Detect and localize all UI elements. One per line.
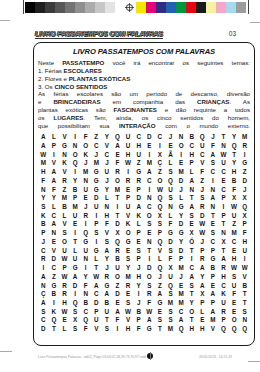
intro-line: Neste PASSATEMPO você irá encontrar os s…: [38, 59, 250, 67]
grid-cell-r16-c18: R: [218, 264, 229, 273]
grid-cell-r9-c16: R: [197, 203, 208, 212]
grid-cell-r14-c9: E: [123, 246, 134, 255]
grid-cell-r3-c15: H: [186, 151, 197, 160]
grid-cell-r9-c1: S: [38, 203, 49, 212]
grid-cell-r22-c20: N: [239, 316, 250, 325]
grid-cell-r15-c16: R: [197, 255, 208, 264]
grid-cell-r16-c14: M: [176, 264, 187, 273]
grid-cell-r17-c12: J: [155, 273, 166, 282]
grid-cell-r10-c3: L: [59, 212, 70, 221]
grid-cell-r23-c10: F: [133, 325, 144, 334]
grid-cell-r4-c16: V: [197, 159, 208, 168]
grid-cell-r6-c16: Z: [197, 177, 208, 186]
grid-cell-r4-c15: P: [186, 159, 197, 168]
grid-cell-r7-c15: N: [186, 185, 197, 194]
grid-cell-r14-c7: A: [102, 246, 113, 255]
grid-cell-r15-c11: I: [144, 255, 155, 264]
grid-cell-r8-c1: Y: [38, 194, 49, 203]
grid-cell-r4-c12: Ç: [155, 159, 166, 168]
grid-cell-r5-c16: F: [197, 168, 208, 177]
grid-cell-r10-c17: T: [208, 212, 219, 221]
grid-cell-r18-c13: Q: [165, 281, 176, 290]
grid-cell-r13-c5: G: [80, 238, 91, 247]
grid-cell-r3-c19: T: [229, 151, 240, 160]
grid-cell-r13-c10: E: [133, 238, 144, 247]
grid-cell-r22-c4: X: [70, 316, 81, 325]
grid-cell-r5-c14: M: [176, 168, 187, 177]
grid-cell-r20-c9: S: [123, 299, 134, 308]
grid-cell-r12-c3: S: [59, 229, 70, 238]
grid-cell-r21-c19: E: [229, 307, 240, 316]
grid-cell-r1-c8: Q: [112, 133, 123, 142]
grid-cell-r16-c6: T: [91, 264, 102, 273]
grid-cell-r13-c4: T: [70, 238, 81, 247]
grid-cell-r4-c17: S: [208, 159, 219, 168]
grid-cell-r17-c9: M: [123, 273, 134, 282]
grid-cell-r16-c9: Y: [123, 264, 134, 273]
grid-cell-r15-c14: P: [176, 255, 187, 264]
grid-cell-r5-c6: G: [91, 168, 102, 177]
grid-cell-r16-c12: Q: [155, 264, 166, 273]
grid-cell-r1-c15: B: [186, 133, 197, 142]
grid-cell-r11-c15: E: [186, 220, 197, 229]
grid-cell-r2-c7: V: [102, 142, 113, 151]
grid-cell-r13-c1: J: [38, 238, 49, 247]
grid-cell-r14-c4: L: [70, 246, 81, 255]
intro-text: que possibilitam sua: [38, 122, 119, 129]
calibration-swatch: [226, 2, 236, 13]
grid-cell-r2-c3: G: [59, 142, 70, 151]
grid-cell-r17-c15: A: [186, 273, 197, 282]
word-search-grid: ALVIFZYQUCDCJNBQJTYMAPGNOCVAUHEIEOCUFNQR…: [38, 133, 250, 334]
grid-cell-r13-c18: X: [218, 238, 229, 247]
grid-cell-r10-c2: C: [49, 212, 60, 221]
grid-cell-r4-c18: U: [218, 159, 229, 168]
grid-cell-r12-c8: X: [112, 229, 123, 238]
grid-cell-r17-c14: J: [176, 273, 187, 282]
grid-cell-r12-c13: G: [165, 229, 176, 238]
grid-cell-r3-c2: I: [49, 151, 60, 160]
grid-cell-r20-c1: A: [38, 299, 49, 308]
grid-cell-r3-c7: C: [102, 151, 113, 160]
grid-cell-r11-c7: F: [102, 220, 113, 229]
grid-cell-r19-c10: I: [133, 290, 144, 299]
grid-cell-r19-c6: C: [91, 290, 102, 299]
grid-cell-r9-c19: W: [229, 203, 240, 212]
grid-cell-r1-c20: M: [239, 133, 250, 142]
grid-cell-r21-c11: W: [144, 307, 155, 316]
grid-cell-r18-c7: G: [102, 281, 113, 290]
grid-cell-r14-c12: V: [155, 246, 166, 255]
grid-cell-r14-c6: G: [91, 246, 102, 255]
grid-cell-r18-c12: Z: [155, 281, 166, 290]
grid-cell-r15-c7: Y: [102, 255, 113, 264]
grid-cell-r5-c18: C: [218, 168, 229, 177]
grid-cell-r1-c16: Q: [197, 133, 208, 142]
grid-cell-r11-c13: F: [165, 220, 176, 229]
grid-cell-r16-c3: P: [59, 264, 70, 273]
grid-cell-r4-c20: G: [239, 159, 250, 168]
grid-cell-r20-c3: H: [59, 299, 70, 308]
grid-cell-r23-c6: V: [91, 325, 102, 334]
grid-cell-r21-c17: A: [208, 307, 219, 316]
grid-cell-r1-c3: V: [59, 133, 70, 142]
grid-cell-r6-c13: Q: [165, 177, 176, 186]
grid-cell-r6-c12: O: [155, 177, 166, 186]
grid-cell-r18-c14: E: [176, 281, 187, 290]
grid-cell-r3-c16: C: [197, 151, 208, 160]
grid-cell-r13-c2: E: [49, 238, 60, 247]
grid-cell-r2-c5: O: [80, 142, 91, 151]
grid-cell-r9-c13: N: [165, 203, 176, 212]
hidden-word-label: INTERAÇÃO: [119, 122, 156, 129]
grid-cell-r15-c6: L: [91, 255, 102, 264]
grid-cell-r23-c11: G: [144, 325, 155, 334]
grid-cell-r8-c7: L: [102, 194, 113, 203]
grid-cell-r18-c17: E: [208, 281, 219, 290]
intro-text: As férias escolares são um período de de…: [38, 90, 250, 97]
grid-cell-r23-c9: H: [123, 325, 134, 334]
grid-cell-r8-c4: P: [70, 194, 81, 203]
grid-cell-r10-c18: P: [218, 212, 229, 221]
grid-cell-r12-c14: G: [176, 229, 187, 238]
calibration-swatch: [216, 2, 226, 13]
intro-text: com o mundo externo.: [156, 122, 250, 129]
calibration-swatch: [75, 2, 85, 13]
grid-cell-r16-c17: B: [208, 264, 219, 273]
grid-cell-r10-c5: R: [80, 212, 91, 221]
grid-cell-r4-c1: M: [38, 159, 49, 168]
intro-line: As férias escolares são um período de de…: [38, 90, 250, 98]
grid-cell-r23-c15: H: [186, 325, 197, 334]
grid-cell-r3-c5: K: [80, 151, 91, 160]
grid-cell-r2-c11: E: [144, 142, 155, 151]
grid-cell-r10-c4: U: [70, 212, 81, 221]
grid-cell-r12-c19: M: [229, 229, 240, 238]
grid-cell-r23-c14: Q: [176, 325, 187, 334]
grid-cell-r3-c13: Ã: [165, 151, 176, 160]
grid-cell-r10-c10: K: [133, 212, 144, 221]
grid-cell-r18-c18: C: [218, 281, 229, 290]
grid-cell-r22-c18: P: [218, 316, 229, 325]
grid-cell-r11-c11: S: [144, 220, 155, 229]
grid-cell-r9-c9: U: [123, 203, 134, 212]
grid-cell-r12-c20: F: [239, 229, 250, 238]
grid-cell-r11-c20: P: [239, 220, 250, 229]
grid-cell-r6-c2: A: [49, 177, 60, 186]
grid-cell-r8-c12: Q: [155, 194, 166, 203]
grid-cell-r23-c8: I: [112, 325, 123, 334]
grid-cell-r19-c3: R: [59, 290, 70, 299]
grid-cell-r12-c7: V: [102, 229, 113, 238]
intro-text: e dão requinte a todos: [157, 106, 250, 113]
grid-cell-r13-c16: J: [197, 238, 208, 247]
grid-cell-r4-c13: L: [165, 159, 176, 168]
grid-cell-r14-c8: R: [112, 246, 123, 255]
grid-cell-r6-c11: C: [144, 177, 155, 186]
grid-cell-r17-c6: W: [91, 273, 102, 282]
grid-cell-r15-c20: I: [239, 255, 250, 264]
grid-cell-r23-c20: Q: [239, 325, 250, 334]
crop-mark: [248, 361, 260, 362]
calibration-swatch: [45, 2, 55, 13]
hidden-word-label: CINCO SENTIDOS: [54, 83, 107, 90]
grid-cell-r22-c1: C: [38, 316, 49, 325]
grid-cell-r7-c10: P: [133, 185, 144, 194]
grid-cell-r21-c7: U: [102, 307, 113, 316]
grid-cell-r1-c19: Y: [229, 133, 240, 142]
grid-cell-r14-c1: C: [38, 246, 49, 255]
grid-cell-r10-c20: X: [239, 212, 250, 221]
grid-cell-r21-c16: L: [197, 307, 208, 316]
grid-cell-r8-c14: L: [176, 194, 187, 203]
grid-cell-r3-c4: O: [70, 151, 81, 160]
grid-cell-r20-c5: B: [80, 299, 91, 308]
grid-cell-r20-c4: Q: [70, 299, 81, 308]
grid-cell-r15-c8: B: [112, 255, 123, 264]
grid-cell-r20-c18: U: [218, 299, 229, 308]
grid-cell-r10-c6: I: [91, 212, 102, 221]
grid-cell-r22-c9: V: [123, 316, 134, 325]
grid-cell-r8-c2: Y: [49, 194, 60, 203]
grid-cell-r13-c14: Y: [176, 238, 187, 247]
grid-cell-r6-c4: Y: [70, 177, 81, 186]
calibration-swatch: [65, 2, 75, 13]
grid-cell-r6-c15: A: [186, 177, 197, 186]
grid-cell-r5-c11: A: [144, 168, 155, 177]
grid-cell-r2-c2: P: [49, 142, 60, 151]
grid-cell-r2-c1: A: [38, 142, 49, 151]
grid-cell-r19-c1: Ç: [38, 290, 49, 299]
grid-cell-r5-c9: I: [123, 168, 134, 177]
grid-cell-r11-c6: P: [91, 220, 102, 229]
grid-cell-r5-c7: U: [102, 168, 113, 177]
color-calibration-bar: [136, 2, 246, 13]
grid-cell-r19-c4: I: [70, 290, 81, 299]
grid-cell-r17-c13: U: [165, 273, 176, 282]
grid-cell-r23-c2: T: [49, 325, 60, 334]
grid-cell-r22-c19: O: [229, 316, 240, 325]
grid-cell-r21-c3: W: [59, 307, 70, 316]
grid-cell-r5-c17: C: [208, 168, 219, 177]
grid-cell-r4-c10: Z: [133, 159, 144, 168]
grid-cell-r1-c14: N: [176, 133, 187, 142]
grid-cell-r5-c4: I: [70, 168, 81, 177]
grid-cell-r9-c12: Q: [155, 203, 166, 212]
grid-cell-r23-c3: L: [59, 325, 70, 334]
grid-cell-r3-c14: I: [176, 151, 187, 160]
grid-cell-r14-c15: T: [186, 246, 197, 255]
grid-cell-r11-c4: E: [70, 220, 81, 229]
calibration-swatch: [25, 2, 35, 13]
grid-cell-r18-c5: F: [80, 281, 91, 290]
grid-cell-r4-c19: Y: [229, 159, 240, 168]
grid-cell-r20-c6: D: [91, 299, 102, 308]
grid-cell-r6-c9: R: [123, 177, 134, 186]
grid-cell-r11-c19: Z: [229, 220, 240, 229]
grid-cell-r20-c20: T: [239, 299, 250, 308]
grid-cell-r15-c15: I: [186, 255, 197, 264]
grid-cell-r1-c13: J: [165, 133, 176, 142]
grid-cell-r10-c19: U: [229, 212, 240, 221]
grid-cell-r12-c11: E: [144, 229, 155, 238]
grid-cell-r15-c13: F: [165, 255, 176, 264]
grid-cell-r15-c12: L: [155, 255, 166, 264]
grid-cell-r17-c19: S: [229, 273, 240, 282]
grid-cell-r16-c5: I: [80, 264, 91, 273]
book-series-logo: LIVRO PASSATEMPOS COM PALAVRAS: [35, 30, 163, 39]
intro-text: . As: [229, 98, 250, 105]
grid-cell-r11-c16: W: [197, 220, 208, 229]
grid-cell-r3-c20: I: [239, 151, 250, 160]
grid-cell-r11-c17: E: [208, 220, 219, 229]
grid-cell-r9-c7: N: [102, 203, 113, 212]
grid-cell-r8-c5: E: [80, 194, 91, 203]
grid-cell-r14-c5: U: [80, 246, 91, 255]
grid-cell-r3-c17: A: [208, 151, 219, 160]
grid-cell-r5-c15: L: [186, 168, 197, 177]
grid-cell-r19-c12: A: [155, 290, 166, 299]
grid-cell-r16-c4: G: [70, 264, 81, 273]
grid-cell-r13-c20: H: [239, 238, 250, 247]
grid-cell-r11-c3: V: [59, 220, 70, 229]
grid-cell-r6-c3: R: [59, 177, 70, 186]
grid-cell-r9-c18: I: [218, 203, 229, 212]
grid-cell-r9-c14: G: [176, 203, 187, 212]
grid-cell-r13-c17: C: [208, 238, 219, 247]
grid-cell-r4-c9: W: [123, 159, 134, 168]
grid-cell-r16-c1: I: [38, 264, 49, 273]
grid-cell-r10-c11: O: [144, 212, 155, 221]
grid-cell-r15-c4: U: [70, 255, 81, 264]
grid-cell-r8-c10: D: [133, 194, 144, 203]
grid-cell-r17-c1: A: [38, 273, 49, 282]
grid-cell-r23-c16: H: [197, 325, 208, 334]
grid-cell-r23-c13: M: [165, 325, 176, 334]
grid-cell-r21-c4: S: [70, 307, 81, 316]
grid-cell-r23-c5: F: [80, 325, 91, 334]
grid-cell-r3-c1: W: [38, 151, 49, 160]
grid-cell-r17-c17: P: [208, 273, 219, 282]
grid-cell-r19-c15: T: [186, 290, 197, 299]
grid-cell-r9-c15: A: [186, 203, 197, 212]
grid-cell-r2-c19: Q: [229, 142, 240, 151]
grid-cell-r9-c20: Q: [239, 203, 250, 212]
grid-cell-r8-c13: S: [165, 194, 176, 203]
grid-cell-r11-c14: D: [176, 220, 187, 229]
grid-cell-r6-c18: E: [218, 177, 229, 186]
grid-cell-r10-c16: D: [197, 212, 208, 221]
grid-cell-r15-c9: S: [123, 255, 134, 264]
grid-cell-r14-c3: U: [59, 246, 70, 255]
grid-cell-r22-c17: M: [208, 316, 219, 325]
grid-cell-r19-c20: T: [239, 290, 250, 299]
grid-cell-r9-c2: L: [49, 203, 60, 212]
grid-cell-r2-c14: O: [176, 142, 187, 151]
grid-cell-r7-c19: F: [229, 185, 240, 194]
grid-cell-r13-c9: G: [123, 238, 134, 247]
grid-cell-r17-c3: W: [59, 273, 70, 282]
grid-cell-r2-c17: F: [208, 142, 219, 151]
calibration-swatch: [115, 2, 125, 13]
calibration-swatch: [146, 2, 156, 13]
grid-cell-r11-c18: T: [218, 220, 229, 229]
grid-cell-r5-c20: Z: [239, 168, 250, 177]
grid-cell-r21-c12: E: [155, 307, 166, 316]
grid-cell-r16-c13: X: [165, 264, 176, 273]
calibration-swatch: [196, 2, 206, 13]
grid-cell-r10-c12: X: [155, 212, 166, 221]
calibration-swatch: [206, 2, 216, 13]
grid-cell-r18-c1: N: [38, 281, 49, 290]
hidden-word-label: BRINCADEIRAS: [53, 98, 100, 105]
grid-cell-r20-c2: I: [49, 299, 60, 308]
grid-cell-r9-c3: B: [59, 203, 70, 212]
grid-cell-r16-c8: U: [112, 264, 123, 273]
grid-cell-r9-c11: C: [144, 203, 155, 212]
grid-cell-r8-c9: P: [123, 194, 134, 203]
intro-text: 1. Férias: [38, 67, 64, 74]
grid-cell-r1-c18: T: [218, 133, 229, 142]
grid-cell-r2-c13: E: [165, 142, 176, 151]
grid-cell-r15-c1: R: [38, 255, 49, 264]
grid-cell-r18-c15: S: [186, 281, 197, 290]
intro-paragraph: Neste PASSATEMPO você irá encontrar os s…: [38, 59, 250, 130]
grid-cell-r17-c11: O: [144, 273, 155, 282]
grid-cell-r9-c8: I: [112, 203, 123, 212]
grid-cell-r5-c12: Z: [155, 168, 166, 177]
calibration-swatch: [55, 2, 65, 13]
grid-cell-r17-c10: H: [133, 273, 144, 282]
grid-cell-r18-c11: S: [144, 281, 155, 290]
grid-cell-r15-c18: A: [218, 255, 229, 264]
grid-cell-r15-c3: W: [59, 255, 70, 264]
grid-cell-r11-c5: I: [80, 220, 91, 229]
crop-mark: [250, 22, 260, 23]
footer-registration-dot: [147, 353, 153, 359]
grid-cell-r16-c10: J: [133, 264, 144, 273]
intro-text: em companhia das: [101, 98, 198, 105]
grid-cell-r15-c2: D: [49, 255, 60, 264]
grid-cell-r10-c7: H: [102, 212, 113, 221]
grid-cell-r12-c1: P: [38, 229, 49, 238]
grid-cell-r18-c2: G: [49, 281, 60, 290]
registration-crosshair-icon: [125, 3, 134, 12]
grid-cell-r8-c17: A: [208, 194, 219, 203]
grid-cell-r10-c9: V: [123, 212, 134, 221]
intro-line: 2. Flores e PLANTAS EXÓTICAS: [38, 75, 250, 83]
grid-cell-r21-c13: S: [165, 307, 176, 316]
grid-cell-r3-c11: I: [144, 151, 155, 160]
grid-cell-r3-c8: E: [112, 151, 123, 160]
grid-cell-r4-c2: V: [49, 159, 60, 168]
grid-cell-r20-c7: B: [102, 299, 113, 308]
grid-cell-r20-c15: Y: [186, 299, 197, 308]
grid-cell-r7-c6: G: [91, 185, 102, 194]
grid-cell-r11-c12: S: [155, 220, 166, 229]
grid-cell-r14-c14: D: [176, 246, 187, 255]
grid-cell-r20-c16: P: [197, 299, 208, 308]
grid-cell-r19-c8: D: [112, 290, 123, 299]
intro-line: que possibilitam sua INTERAÇÃO com o mun…: [38, 122, 250, 130]
hidden-word-label: CRIANÇAS: [197, 98, 229, 105]
grid-cell-r15-c19: H: [229, 255, 240, 264]
scanned-book-page: { "game": "word-search", "page": { "head…: [0, 0, 260, 372]
grid-cell-r21-c15: O: [186, 307, 197, 316]
grid-cell-r14-c10: S: [133, 246, 144, 255]
grid-cell-r8-c18: P: [218, 194, 229, 203]
grid-cell-r12-c12: P: [155, 229, 166, 238]
